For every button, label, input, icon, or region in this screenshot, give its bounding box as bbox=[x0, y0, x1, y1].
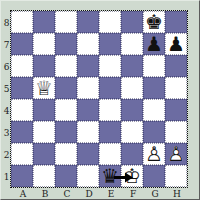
square-b3[interactable] bbox=[33, 121, 55, 143]
square-g3[interactable] bbox=[143, 121, 165, 143]
square-d2[interactable] bbox=[77, 143, 99, 165]
square-d4[interactable] bbox=[77, 99, 99, 121]
file-label-e: E bbox=[100, 188, 122, 200]
square-d6[interactable] bbox=[77, 55, 99, 77]
square-g5[interactable] bbox=[143, 77, 165, 99]
black-pawn-glyph: ♟ bbox=[166, 33, 186, 53]
square-g8[interactable]: ♚ bbox=[143, 11, 165, 33]
square-g1[interactable] bbox=[143, 165, 165, 187]
square-b7[interactable] bbox=[33, 33, 55, 55]
square-a8[interactable] bbox=[11, 11, 33, 33]
rank-label-7: 7 bbox=[2, 34, 11, 56]
file-label-f: F bbox=[122, 188, 144, 200]
square-a6[interactable] bbox=[11, 55, 33, 77]
square-c5[interactable] bbox=[55, 77, 77, 99]
square-f8[interactable] bbox=[121, 11, 143, 33]
square-d8[interactable] bbox=[77, 11, 99, 33]
square-e8[interactable] bbox=[99, 11, 121, 33]
square-a2[interactable] bbox=[11, 143, 33, 165]
file-label-d: D bbox=[78, 188, 100, 200]
rank-label-5: 5 bbox=[2, 78, 11, 100]
square-e2[interactable] bbox=[99, 143, 121, 165]
square-f4[interactable] bbox=[121, 99, 143, 121]
square-b5[interactable]: ♛♕ bbox=[33, 77, 55, 99]
square-h8[interactable] bbox=[165, 11, 187, 33]
square-d7[interactable] bbox=[77, 33, 99, 55]
file-label-b: B bbox=[34, 188, 56, 200]
square-h1[interactable] bbox=[165, 165, 187, 187]
square-f5[interactable] bbox=[121, 77, 143, 99]
square-a4[interactable] bbox=[11, 99, 33, 121]
square-h7[interactable]: ♟ bbox=[165, 33, 187, 55]
rank-label-2: 2 bbox=[2, 144, 11, 166]
square-g7[interactable]: ♟ bbox=[143, 33, 165, 55]
square-e3[interactable] bbox=[99, 121, 121, 143]
square-e5[interactable] bbox=[99, 77, 121, 99]
white-pawn[interactable]: ♟♙ bbox=[166, 144, 186, 164]
square-c1[interactable] bbox=[55, 165, 77, 187]
rank-label-4: 4 bbox=[2, 100, 11, 122]
square-f6[interactable] bbox=[121, 55, 143, 77]
black-king[interactable]: ♚ bbox=[144, 12, 164, 32]
black-king-glyph: ♚ bbox=[144, 11, 164, 31]
square-d1[interactable] bbox=[77, 165, 99, 187]
white-queen[interactable]: ♛♕ bbox=[34, 78, 54, 98]
file-label-a: A bbox=[12, 188, 34, 200]
square-g6[interactable] bbox=[143, 55, 165, 77]
square-h2[interactable]: ♟♙ bbox=[165, 143, 187, 165]
square-a3[interactable] bbox=[11, 121, 33, 143]
square-b2[interactable] bbox=[33, 143, 55, 165]
white-pawn[interactable]: ♟♙ bbox=[144, 144, 164, 164]
square-f3[interactable] bbox=[121, 121, 143, 143]
square-h4[interactable] bbox=[165, 99, 187, 121]
chess-board: ♚♟♟♛♕♟♙♟♙♛♚♔ bbox=[11, 11, 187, 187]
white-pawn-glyph: ♙ bbox=[144, 143, 164, 163]
square-a7[interactable] bbox=[11, 33, 33, 55]
square-c6[interactable] bbox=[55, 55, 77, 77]
file-label-g: G bbox=[144, 188, 166, 200]
square-d3[interactable] bbox=[77, 121, 99, 143]
white-queen-glyph: ♕ bbox=[34, 77, 54, 97]
white-pawn-glyph: ♙ bbox=[166, 143, 186, 163]
square-c2[interactable] bbox=[55, 143, 77, 165]
square-e6[interactable] bbox=[99, 55, 121, 77]
square-d5[interactable] bbox=[77, 77, 99, 99]
square-f2[interactable] bbox=[121, 143, 143, 165]
square-f7[interactable] bbox=[121, 33, 143, 55]
rank-label-1: 1 bbox=[2, 166, 11, 188]
rank-label-3: 3 bbox=[2, 122, 11, 144]
square-e4[interactable] bbox=[99, 99, 121, 121]
black-pawn[interactable]: ♟ bbox=[144, 34, 164, 54]
file-label-h: H bbox=[166, 188, 188, 200]
black-pawn[interactable]: ♟ bbox=[166, 34, 186, 54]
file-labels: ABCDEFGH bbox=[12, 188, 188, 200]
rank-label-6: 6 bbox=[2, 56, 11, 78]
square-h5[interactable] bbox=[165, 77, 187, 99]
square-c8[interactable] bbox=[55, 11, 77, 33]
square-b8[interactable] bbox=[33, 11, 55, 33]
square-c3[interactable] bbox=[55, 121, 77, 143]
square-c7[interactable] bbox=[55, 33, 77, 55]
square-c4[interactable] bbox=[55, 99, 77, 121]
square-a5[interactable] bbox=[11, 77, 33, 99]
chess-board-frame: 87654321 ABCDEFGH ♚♟♟♛♕♟♙♟♙♛♚♔ bbox=[0, 0, 200, 200]
square-b1[interactable] bbox=[33, 165, 55, 187]
square-b4[interactable] bbox=[33, 99, 55, 121]
file-label-c: C bbox=[56, 188, 78, 200]
square-g4[interactable] bbox=[143, 99, 165, 121]
square-b6[interactable] bbox=[33, 55, 55, 77]
square-a1[interactable] bbox=[11, 165, 33, 187]
move-arrow bbox=[114, 172, 134, 183]
rank-labels: 87654321 bbox=[2, 12, 11, 188]
black-pawn-glyph: ♟ bbox=[144, 33, 164, 53]
square-h3[interactable] bbox=[165, 121, 187, 143]
square-e7[interactable] bbox=[99, 33, 121, 55]
square-g2[interactable]: ♟♙ bbox=[143, 143, 165, 165]
rank-label-8: 8 bbox=[2, 12, 11, 34]
square-h6[interactable] bbox=[165, 55, 187, 77]
